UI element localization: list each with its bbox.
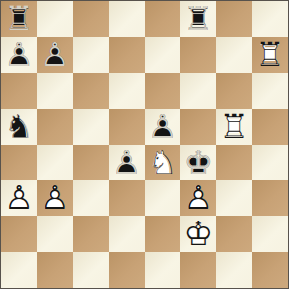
square-e2[interactable]: [145, 216, 181, 252]
white-piece-outline: ♖: [252, 37, 288, 73]
square-d5[interactable]: [109, 109, 145, 145]
square-g6[interactable]: [216, 73, 252, 109]
square-g1[interactable]: [216, 252, 252, 288]
white-piece-outline: ♔: [180, 216, 216, 252]
square-b8[interactable]: [37, 1, 73, 37]
white-piece-outline: ♘: [145, 145, 181, 181]
white-rook-piece[interactable]: ♜♖: [216, 109, 252, 145]
white-pawn-piece[interactable]: ♟♙: [180, 180, 216, 216]
white-pawn-piece[interactable]: ♟♙: [37, 180, 73, 216]
square-h3[interactable]: [252, 180, 288, 216]
square-f1[interactable]: [180, 252, 216, 288]
square-g8[interactable]: [216, 1, 252, 37]
square-d7[interactable]: [109, 37, 145, 73]
square-c8[interactable]: [73, 1, 109, 37]
square-e6[interactable]: [145, 73, 181, 109]
square-a5[interactable]: ♞♘: [1, 109, 37, 145]
square-d2[interactable]: [109, 216, 145, 252]
square-d3[interactable]: [109, 180, 145, 216]
square-c6[interactable]: [73, 73, 109, 109]
square-e3[interactable]: [145, 180, 181, 216]
white-piece-outline: ♙: [37, 180, 73, 216]
white-piece-outline: ♙: [180, 180, 216, 216]
square-h6[interactable]: [252, 73, 288, 109]
square-a7[interactable]: ♟♙: [1, 37, 37, 73]
black-piece-outline: ♙: [1, 37, 37, 73]
square-d1[interactable]: [109, 252, 145, 288]
square-f2[interactable]: ♚♔: [180, 216, 216, 252]
white-knight-piece[interactable]: ♞♘: [145, 145, 181, 181]
square-a8[interactable]: ♜♖: [1, 1, 37, 37]
square-g5[interactable]: ♜♖: [216, 109, 252, 145]
square-g3[interactable]: [216, 180, 252, 216]
black-king-piece[interactable]: ♚♔: [180, 145, 216, 181]
black-piece-outline: ♘: [1, 109, 37, 145]
square-a4[interactable]: [1, 145, 37, 181]
black-rook-piece[interactable]: ♜♖: [1, 1, 37, 37]
square-c7[interactable]: [73, 37, 109, 73]
square-g7[interactable]: [216, 37, 252, 73]
square-f7[interactable]: [180, 37, 216, 73]
square-d8[interactable]: [109, 1, 145, 37]
square-e7[interactable]: [145, 37, 181, 73]
white-piece-outline: ♖: [216, 109, 252, 145]
white-pawn-piece[interactable]: ♟♙: [1, 180, 37, 216]
black-pawn-piece[interactable]: ♟♙: [145, 109, 181, 145]
square-f8[interactable]: ♜♖: [180, 1, 216, 37]
square-b2[interactable]: [37, 216, 73, 252]
black-piece-outline: ♔: [180, 145, 216, 181]
square-g2[interactable]: [216, 216, 252, 252]
black-rook-piece[interactable]: ♜♖: [180, 1, 216, 37]
square-e1[interactable]: [145, 252, 181, 288]
square-a6[interactable]: [1, 73, 37, 109]
square-e8[interactable]: [145, 1, 181, 37]
black-piece-outline: ♙: [109, 145, 145, 181]
black-knight-piece[interactable]: ♞♘: [1, 109, 37, 145]
square-d4[interactable]: ♟♙: [109, 145, 145, 181]
square-b1[interactable]: [37, 252, 73, 288]
square-f6[interactable]: [180, 73, 216, 109]
square-a3[interactable]: ♟♙: [1, 180, 37, 216]
black-pawn-piece[interactable]: ♟♙: [1, 37, 37, 73]
square-h2[interactable]: [252, 216, 288, 252]
white-king-piece[interactable]: ♚♔: [180, 216, 216, 252]
black-piece-outline: ♙: [145, 109, 181, 145]
square-c1[interactable]: [73, 252, 109, 288]
square-c3[interactable]: [73, 180, 109, 216]
square-f3[interactable]: ♟♙: [180, 180, 216, 216]
black-piece-outline: ♖: [1, 1, 37, 37]
square-f5[interactable]: [180, 109, 216, 145]
square-b4[interactable]: [37, 145, 73, 181]
black-pawn-piece[interactable]: ♟♙: [37, 37, 73, 73]
chess-board: ♜♖♜♖♟♙♟♙♜♖♞♘♟♙♜♖♟♙♞♘♚♔♟♙♟♙♟♙♚♔: [0, 0, 289, 289]
square-h5[interactable]: [252, 109, 288, 145]
square-b3[interactable]: ♟♙: [37, 180, 73, 216]
white-rook-piece[interactable]: ♜♖: [252, 37, 288, 73]
square-h1[interactable]: [252, 252, 288, 288]
square-b6[interactable]: [37, 73, 73, 109]
square-f4[interactable]: ♚♔: [180, 145, 216, 181]
square-b5[interactable]: [37, 109, 73, 145]
white-piece-outline: ♙: [1, 180, 37, 216]
square-b7[interactable]: ♟♙: [37, 37, 73, 73]
black-piece-outline: ♙: [37, 37, 73, 73]
square-a2[interactable]: [1, 216, 37, 252]
square-c2[interactable]: [73, 216, 109, 252]
square-e4[interactable]: ♞♘: [145, 145, 181, 181]
square-h7[interactable]: ♜♖: [252, 37, 288, 73]
square-a1[interactable]: [1, 252, 37, 288]
black-piece-outline: ♖: [180, 1, 216, 37]
square-g4[interactable]: [216, 145, 252, 181]
square-h8[interactable]: [252, 1, 288, 37]
square-e5[interactable]: ♟♙: [145, 109, 181, 145]
square-c5[interactable]: [73, 109, 109, 145]
square-d6[interactable]: [109, 73, 145, 109]
black-pawn-piece[interactable]: ♟♙: [109, 145, 145, 181]
square-c4[interactable]: [73, 145, 109, 181]
square-h4[interactable]: [252, 145, 288, 181]
